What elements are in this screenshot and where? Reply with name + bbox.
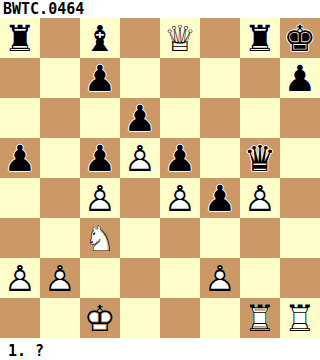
- square-d5[interactable]: ♟♙: [120, 138, 160, 178]
- piece-white-knight: ♘: [80, 218, 120, 258]
- square-f8[interactable]: [200, 18, 240, 58]
- square-b6[interactable]: [40, 98, 80, 138]
- piece-white-pawn: ♙: [0, 258, 40, 298]
- piece-white-pawn: ♙: [40, 258, 80, 298]
- piece-white-pawn: ♙: [200, 258, 240, 298]
- square-a1[interactable]: [0, 298, 40, 338]
- square-e2[interactable]: [160, 258, 200, 298]
- square-d7[interactable]: [120, 58, 160, 98]
- piece-white-pawn-fill: ♟: [200, 258, 240, 298]
- piece-black-queen: ♛: [240, 138, 280, 178]
- square-b7[interactable]: [40, 58, 80, 98]
- piece-white-pawn: ♙: [80, 178, 120, 218]
- piece-white-rook: ♖: [280, 298, 320, 338]
- piece-white-queen-fill: ♛: [160, 18, 200, 58]
- square-b4[interactable]: [40, 178, 80, 218]
- square-c2[interactable]: [80, 258, 120, 298]
- square-f2[interactable]: ♟♙: [200, 258, 240, 298]
- square-g5[interactable]: ♛: [240, 138, 280, 178]
- square-g7[interactable]: [240, 58, 280, 98]
- square-h3[interactable]: [280, 218, 320, 258]
- square-c8[interactable]: ♝: [80, 18, 120, 58]
- piece-black-pawn: ♟: [80, 58, 120, 98]
- square-f3[interactable]: [200, 218, 240, 258]
- square-c7[interactable]: ♟: [80, 58, 120, 98]
- square-b5[interactable]: [40, 138, 80, 178]
- square-e4[interactable]: ♟♙: [160, 178, 200, 218]
- square-e7[interactable]: [160, 58, 200, 98]
- square-g8[interactable]: ♜: [240, 18, 280, 58]
- square-a5[interactable]: ♟: [0, 138, 40, 178]
- square-h5[interactable]: [280, 138, 320, 178]
- square-g2[interactable]: [240, 258, 280, 298]
- piece-black-king: ♚: [280, 18, 320, 58]
- square-h2[interactable]: [280, 258, 320, 298]
- chess-board: ♜♝♛♕♜♚♟♟♟♟♟♟♙♟♛♟♙♟♙♟♟♙♞♘♟♙♟♙♟♙♚♔♜♖♜♖: [0, 18, 320, 338]
- piece-white-pawn-fill: ♟: [40, 258, 80, 298]
- square-c5[interactable]: ♟: [80, 138, 120, 178]
- piece-white-pawn-fill: ♟: [0, 258, 40, 298]
- square-a2[interactable]: ♟♙: [0, 258, 40, 298]
- move-prompt: 1. ?: [0, 338, 320, 360]
- square-e6[interactable]: [160, 98, 200, 138]
- square-d2[interactable]: [120, 258, 160, 298]
- square-f1[interactable]: [200, 298, 240, 338]
- square-h8[interactable]: ♚: [280, 18, 320, 58]
- square-a7[interactable]: [0, 58, 40, 98]
- piece-white-rook-fill: ♜: [240, 298, 280, 338]
- square-e3[interactable]: [160, 218, 200, 258]
- square-d3[interactable]: [120, 218, 160, 258]
- square-f4[interactable]: ♟: [200, 178, 240, 218]
- piece-white-pawn: ♙: [240, 178, 280, 218]
- square-d1[interactable]: [120, 298, 160, 338]
- square-g4[interactable]: ♟♙: [240, 178, 280, 218]
- piece-black-pawn: ♟: [120, 98, 160, 138]
- piece-black-rook: ♜: [0, 18, 40, 58]
- square-c1[interactable]: ♚♔: [80, 298, 120, 338]
- piece-white-pawn-fill: ♟: [80, 178, 120, 218]
- square-h7[interactable]: ♟: [280, 58, 320, 98]
- piece-black-bishop: ♝: [80, 18, 120, 58]
- square-h1[interactable]: ♜♖: [280, 298, 320, 338]
- square-d6[interactable]: ♟: [120, 98, 160, 138]
- square-h4[interactable]: [280, 178, 320, 218]
- piece-black-pawn: ♟: [280, 58, 320, 98]
- square-f6[interactable]: [200, 98, 240, 138]
- square-e5[interactable]: ♟: [160, 138, 200, 178]
- piece-white-king-fill: ♚: [80, 298, 120, 338]
- square-d8[interactable]: [120, 18, 160, 58]
- square-e8[interactable]: ♛♕: [160, 18, 200, 58]
- square-b8[interactable]: [40, 18, 80, 58]
- square-b1[interactable]: [40, 298, 80, 338]
- square-a6[interactable]: [0, 98, 40, 138]
- square-c4[interactable]: ♟♙: [80, 178, 120, 218]
- piece-black-pawn: ♟: [160, 138, 200, 178]
- piece-black-rook: ♜: [240, 18, 280, 58]
- square-b2[interactable]: ♟♙: [40, 258, 80, 298]
- square-f7[interactable]: [200, 58, 240, 98]
- square-g3[interactable]: [240, 218, 280, 258]
- piece-black-pawn: ♟: [80, 138, 120, 178]
- square-a4[interactable]: [0, 178, 40, 218]
- square-g6[interactable]: [240, 98, 280, 138]
- piece-white-rook: ♖: [240, 298, 280, 338]
- piece-white-king: ♔: [80, 298, 120, 338]
- piece-black-pawn: ♟: [200, 178, 240, 218]
- square-a8[interactable]: ♜: [0, 18, 40, 58]
- square-e1[interactable]: [160, 298, 200, 338]
- piece-white-pawn-fill: ♟: [120, 138, 160, 178]
- piece-white-rook-fill: ♜: [280, 298, 320, 338]
- square-a3[interactable]: [0, 218, 40, 258]
- square-c3[interactable]: ♞♘: [80, 218, 120, 258]
- puzzle-title: BWTC.0464: [0, 0, 320, 18]
- square-g1[interactable]: ♜♖: [240, 298, 280, 338]
- piece-white-pawn: ♙: [160, 178, 200, 218]
- piece-white-knight-fill: ♞: [80, 218, 120, 258]
- square-b3[interactable]: [40, 218, 80, 258]
- piece-white-pawn: ♙: [120, 138, 160, 178]
- piece-white-pawn-fill: ♟: [160, 178, 200, 218]
- square-d4[interactable]: [120, 178, 160, 218]
- square-c6[interactable]: [80, 98, 120, 138]
- piece-white-queen: ♕: [160, 18, 200, 58]
- piece-black-pawn: ♟: [0, 138, 40, 178]
- square-h6[interactable]: [280, 98, 320, 138]
- square-f5[interactable]: [200, 138, 240, 178]
- piece-white-pawn-fill: ♟: [240, 178, 280, 218]
